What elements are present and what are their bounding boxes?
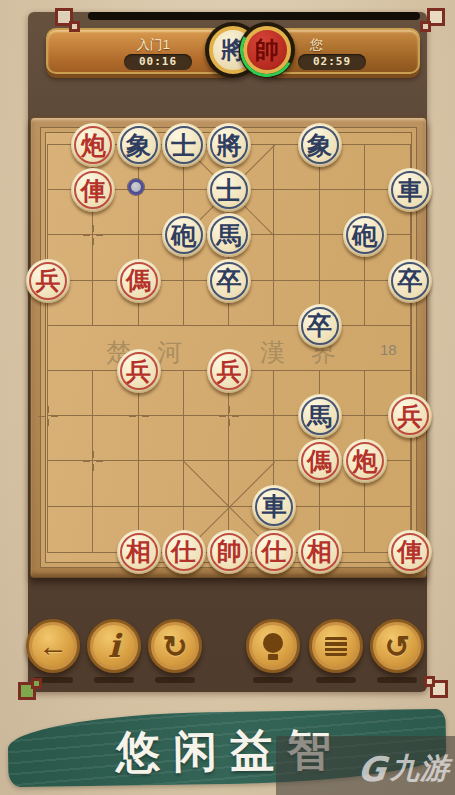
last-move-marker — [128, 179, 144, 195]
board-cell — [274, 190, 319, 235]
xiangqi-board[interactable]: 楚河 漢界 18 炮象士將象俥士車砲馬砲兵傌卒卒卒兵兵馬兵傌炮車相仕帥仕相俥 — [40, 127, 417, 568]
red-piece-兵[interactable]: 兵 — [207, 349, 251, 393]
board-cell — [139, 461, 184, 506]
red-piece-炮[interactable]: 炮 — [71, 123, 115, 167]
black-piece-馬[interactable]: 馬 — [298, 394, 342, 438]
red-piece-炮[interactable]: 炮 — [343, 439, 387, 483]
red-piece-帥[interactable]: 帥 — [207, 530, 251, 574]
watermark-text: 九游 — [390, 749, 450, 789]
position-mark — [83, 225, 103, 245]
black-piece-車[interactable]: 車 — [252, 485, 296, 529]
opponent-name: 入门1 — [137, 36, 170, 54]
position-mark — [83, 451, 103, 471]
button-shadow — [253, 677, 293, 683]
red-piece-兵[interactable]: 兵 — [26, 259, 70, 303]
info-button[interactable]: i — [87, 619, 141, 673]
hint-button[interactable] — [246, 619, 300, 673]
move-number-label: 18 — [380, 341, 397, 358]
black-piece-士[interactable]: 士 — [207, 168, 251, 212]
position-mark — [129, 406, 149, 426]
black-piece-砲[interactable]: 砲 — [162, 213, 206, 257]
black-piece-將[interactable]: 將 — [207, 123, 251, 167]
black-piece-士[interactable]: 士 — [162, 123, 206, 167]
red-piece-兵[interactable]: 兵 — [117, 349, 161, 393]
red-piece-傌[interactable]: 傌 — [298, 439, 342, 483]
watermark-logo-icon: G — [356, 749, 388, 789]
black-piece-卒[interactable]: 卒 — [388, 259, 432, 303]
board-cell — [48, 507, 93, 552]
corner-ornament-bottom-right — [410, 664, 448, 698]
menu-bars-icon — [325, 637, 347, 656]
board-cell — [48, 326, 93, 371]
red-piece-仕[interactable]: 仕 — [252, 530, 296, 574]
board-grid: 楚河 漢界 18 炮象士將象俥士車砲馬砲兵傌卒卒卒兵兵馬兵傌炮車相仕帥仕相俥 — [48, 145, 410, 552]
player-timer: 02:59 — [298, 54, 366, 70]
opponent-timer: 00:16 — [124, 54, 192, 70]
black-piece-象[interactable]: 象 — [298, 123, 342, 167]
xiangqi-game-screen: 入门1 00:16 將 您 02:59 帥 楚河 漢界 18 炮象士將象俥士車砲… — [0, 0, 455, 795]
red-piece-兵[interactable]: 兵 — [388, 394, 432, 438]
button-shadow — [316, 677, 356, 683]
corner-ornament-bottom-left — [18, 668, 52, 700]
position-mark — [219, 406, 239, 426]
red-piece-傌[interactable]: 傌 — [117, 259, 161, 303]
black-piece-卒[interactable]: 卒 — [298, 304, 342, 348]
button-shadow — [94, 677, 134, 683]
corner-ornament-top-left — [55, 8, 93, 48]
player-avatar: 帥 — [239, 22, 295, 78]
red-piece-相[interactable]: 相 — [117, 530, 161, 574]
back-icon: ← — [38, 629, 68, 663]
undo-icon: ↺ — [384, 629, 409, 664]
button-shadow — [155, 677, 195, 683]
red-piece-仕[interactable]: 仕 — [162, 530, 206, 574]
board-frame: 楚河 漢界 18 炮象士將象俥士車砲馬砲兵傌卒卒卒兵兵馬兵傌炮車相仕帥仕相俥 — [30, 117, 427, 578]
black-piece-砲[interactable]: 砲 — [343, 213, 387, 257]
position-mark — [310, 271, 330, 291]
menu-button[interactable] — [309, 619, 363, 673]
restart-button[interactable]: ↻ — [148, 619, 202, 673]
corner-ornament-top-right — [405, 8, 445, 48]
position-mark — [38, 406, 58, 426]
black-piece-車[interactable]: 車 — [388, 168, 432, 212]
restart-icon: ↻ — [162, 629, 187, 664]
back-button[interactable]: ← — [26, 619, 80, 673]
black-piece-卒[interactable]: 卒 — [207, 259, 251, 303]
info-icon: i — [108, 627, 120, 665]
red-piece-俥[interactable]: 俥 — [388, 530, 432, 574]
top-decor-strip — [88, 12, 420, 20]
player-name: 您 — [310, 36, 323, 54]
watermark-overlay: G 九游 — [276, 736, 455, 795]
red-piece-相[interactable]: 相 — [298, 530, 342, 574]
lightbulb-icon — [263, 633, 283, 653]
black-piece-象[interactable]: 象 — [117, 123, 161, 167]
